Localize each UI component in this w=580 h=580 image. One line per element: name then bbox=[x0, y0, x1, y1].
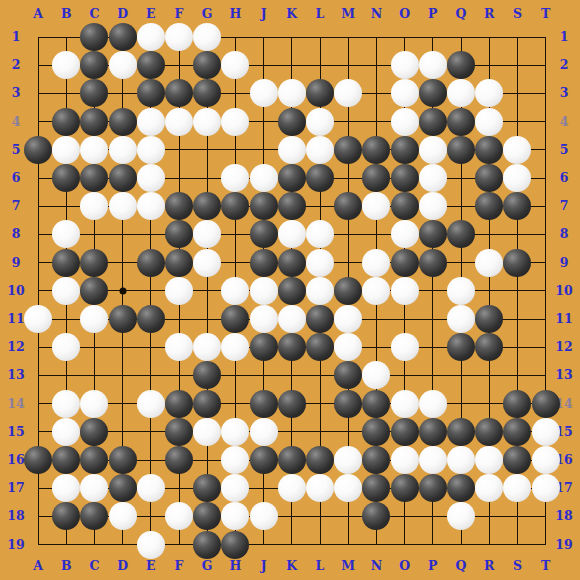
stone-white[interactable] bbox=[475, 446, 503, 474]
stone-black[interactable] bbox=[391, 192, 419, 220]
stone-white[interactable] bbox=[137, 192, 165, 220]
stone-black[interactable] bbox=[362, 474, 390, 502]
column-label-bottom: O bbox=[399, 560, 410, 573]
stone-black[interactable] bbox=[278, 333, 306, 361]
column-label-top: H bbox=[229, 8, 241, 21]
stone-black[interactable] bbox=[250, 220, 278, 248]
stone-black[interactable] bbox=[391, 136, 419, 164]
stone-black[interactable] bbox=[419, 249, 447, 277]
stone-white[interactable] bbox=[137, 474, 165, 502]
column-label-top: G bbox=[202, 8, 213, 21]
stone-black[interactable] bbox=[503, 192, 531, 220]
stone-white[interactable] bbox=[165, 333, 193, 361]
stone-black[interactable] bbox=[80, 446, 108, 474]
row-label-left: 8 bbox=[12, 228, 21, 241]
stone-white[interactable] bbox=[80, 474, 108, 502]
stone-black[interactable] bbox=[334, 361, 362, 389]
column-label-bottom: P bbox=[428, 560, 437, 573]
stone-black[interactable] bbox=[221, 531, 249, 559]
column-label-bottom: B bbox=[61, 560, 72, 573]
stone-black[interactable] bbox=[193, 361, 221, 389]
stone-black[interactable] bbox=[52, 108, 80, 136]
stone-white[interactable] bbox=[193, 333, 221, 361]
row-label-left: 5 bbox=[12, 144, 21, 157]
stone-white[interactable] bbox=[221, 51, 249, 79]
stone-white[interactable] bbox=[532, 418, 560, 446]
stone-black[interactable] bbox=[503, 418, 531, 446]
stone-black[interactable] bbox=[193, 502, 221, 530]
stone-white[interactable] bbox=[419, 51, 447, 79]
stone-black[interactable] bbox=[447, 108, 475, 136]
stone-white[interactable] bbox=[80, 390, 108, 418]
star-point bbox=[119, 287, 126, 294]
stone-white[interactable] bbox=[52, 220, 80, 248]
column-label-bottom: E bbox=[146, 560, 156, 573]
stone-black[interactable] bbox=[503, 446, 531, 474]
stone-white[interactable] bbox=[193, 418, 221, 446]
stone-black[interactable] bbox=[306, 333, 334, 361]
stone-white[interactable] bbox=[475, 79, 503, 107]
stone-black[interactable] bbox=[419, 108, 447, 136]
column-label-bottom: J bbox=[261, 560, 267, 573]
row-label-right: 13 bbox=[555, 369, 572, 382]
stone-white[interactable] bbox=[306, 249, 334, 277]
stone-black[interactable] bbox=[52, 249, 80, 277]
column-label-top: E bbox=[146, 8, 156, 21]
column-label-bottom: A bbox=[33, 560, 43, 573]
stone-white[interactable] bbox=[419, 164, 447, 192]
stone-white[interactable] bbox=[137, 136, 165, 164]
stone-black[interactable] bbox=[80, 23, 108, 51]
stone-white[interactable] bbox=[447, 305, 475, 333]
stone-black[interactable] bbox=[475, 192, 503, 220]
stone-white[interactable] bbox=[419, 192, 447, 220]
stone-black[interactable] bbox=[334, 192, 362, 220]
row-label-left: 1 bbox=[12, 31, 21, 44]
stone-black[interactable] bbox=[250, 333, 278, 361]
column-label-top: N bbox=[371, 8, 382, 21]
stone-white[interactable] bbox=[137, 108, 165, 136]
stone-white[interactable] bbox=[278, 305, 306, 333]
stone-white[interactable] bbox=[165, 277, 193, 305]
stone-black[interactable] bbox=[109, 474, 137, 502]
stone-white[interactable] bbox=[447, 502, 475, 530]
stone-black[interactable] bbox=[250, 249, 278, 277]
stone-white[interactable] bbox=[193, 249, 221, 277]
stone-white[interactable] bbox=[306, 220, 334, 248]
row-label-left: 18 bbox=[7, 510, 24, 523]
stone-white[interactable] bbox=[391, 277, 419, 305]
stone-black[interactable] bbox=[165, 418, 193, 446]
stone-white[interactable] bbox=[334, 305, 362, 333]
stone-white[interactable] bbox=[391, 446, 419, 474]
column-label-top: J bbox=[261, 8, 267, 21]
stone-white[interactable] bbox=[362, 249, 390, 277]
column-label-top: S bbox=[513, 8, 522, 21]
stone-white[interactable] bbox=[391, 79, 419, 107]
grid-line bbox=[38, 544, 546, 545]
stone-black[interactable] bbox=[165, 192, 193, 220]
stone-white[interactable] bbox=[250, 305, 278, 333]
stone-white[interactable] bbox=[52, 418, 80, 446]
stone-white[interactable] bbox=[391, 220, 419, 248]
go-board[interactable]: AABBCCDDEEFFGGHHJJKKLLMMNNOOPPQQRRSSTT11… bbox=[0, 0, 580, 580]
row-label-left: 6 bbox=[12, 172, 21, 185]
column-label-bottom: Q bbox=[456, 560, 467, 573]
stone-black[interactable] bbox=[109, 23, 137, 51]
stone-white[interactable] bbox=[52, 136, 80, 164]
stone-black[interactable] bbox=[52, 502, 80, 530]
column-label-bottom: D bbox=[117, 560, 128, 573]
row-label-right: 5 bbox=[560, 144, 569, 157]
column-label-top: M bbox=[341, 8, 355, 21]
column-label-top: P bbox=[428, 8, 437, 21]
stone-black[interactable] bbox=[334, 136, 362, 164]
stone-black[interactable] bbox=[80, 164, 108, 192]
stone-white[interactable] bbox=[306, 474, 334, 502]
stone-white[interactable] bbox=[475, 108, 503, 136]
column-label-top: C bbox=[89, 8, 99, 21]
stone-white[interactable] bbox=[475, 249, 503, 277]
row-label-right: 12 bbox=[555, 341, 572, 354]
stone-black[interactable] bbox=[362, 136, 390, 164]
stone-white[interactable] bbox=[419, 446, 447, 474]
stone-black[interactable] bbox=[165, 390, 193, 418]
stone-black[interactable] bbox=[362, 390, 390, 418]
column-label-bottom: G bbox=[202, 560, 213, 573]
stone-black[interactable] bbox=[475, 418, 503, 446]
stone-black[interactable] bbox=[278, 249, 306, 277]
stone-black[interactable] bbox=[52, 164, 80, 192]
stone-white[interactable] bbox=[193, 220, 221, 248]
stone-black[interactable] bbox=[447, 333, 475, 361]
stone-white[interactable] bbox=[278, 220, 306, 248]
stone-black[interactable] bbox=[278, 108, 306, 136]
stone-black[interactable] bbox=[391, 164, 419, 192]
column-label-bottom: C bbox=[89, 560, 99, 573]
column-label-bottom: S bbox=[513, 560, 522, 573]
stone-black[interactable] bbox=[193, 51, 221, 79]
stone-black[interactable] bbox=[334, 277, 362, 305]
row-label-left: 2 bbox=[12, 59, 21, 72]
stone-white[interactable] bbox=[221, 164, 249, 192]
row-label-left: 3 bbox=[12, 87, 21, 100]
stone-black[interactable] bbox=[306, 164, 334, 192]
stone-black[interactable] bbox=[52, 446, 80, 474]
stone-black[interactable] bbox=[80, 418, 108, 446]
column-label-top: D bbox=[117, 8, 128, 21]
stone-black[interactable] bbox=[193, 192, 221, 220]
stone-white[interactable] bbox=[52, 474, 80, 502]
stone-black[interactable] bbox=[165, 79, 193, 107]
stone-white[interactable] bbox=[165, 108, 193, 136]
stone-black[interactable] bbox=[193, 79, 221, 107]
stone-black[interactable] bbox=[447, 418, 475, 446]
stone-white[interactable] bbox=[250, 164, 278, 192]
stone-white[interactable] bbox=[137, 390, 165, 418]
stone-white[interactable] bbox=[221, 418, 249, 446]
stone-black[interactable] bbox=[80, 277, 108, 305]
stone-white[interactable] bbox=[419, 390, 447, 418]
stone-black[interactable] bbox=[250, 192, 278, 220]
row-label-right: 8 bbox=[560, 228, 569, 241]
stone-black[interactable] bbox=[362, 164, 390, 192]
column-label-top: F bbox=[175, 8, 184, 21]
stone-black[interactable] bbox=[165, 446, 193, 474]
stone-white[interactable] bbox=[221, 502, 249, 530]
stone-white[interactable] bbox=[137, 164, 165, 192]
column-label-bottom: K bbox=[286, 560, 297, 573]
stone-black[interactable] bbox=[362, 418, 390, 446]
row-label-right: 4 bbox=[560, 115, 569, 128]
stone-black[interactable] bbox=[109, 108, 137, 136]
stone-white[interactable] bbox=[80, 192, 108, 220]
stone-white[interactable] bbox=[306, 277, 334, 305]
stone-black[interactable] bbox=[137, 51, 165, 79]
stone-white[interactable] bbox=[193, 23, 221, 51]
row-label-left: 17 bbox=[7, 482, 24, 495]
stone-white[interactable] bbox=[250, 418, 278, 446]
stone-white[interactable] bbox=[362, 277, 390, 305]
stone-white[interactable] bbox=[391, 51, 419, 79]
column-label-bottom: M bbox=[341, 560, 355, 573]
stone-black[interactable] bbox=[447, 51, 475, 79]
stone-black[interactable] bbox=[80, 108, 108, 136]
stone-white[interactable] bbox=[250, 277, 278, 305]
stone-black[interactable] bbox=[109, 164, 137, 192]
stone-white[interactable] bbox=[306, 136, 334, 164]
stone-white[interactable] bbox=[334, 333, 362, 361]
stone-white[interactable] bbox=[109, 502, 137, 530]
column-label-top: L bbox=[316, 8, 325, 21]
row-label-right: 18 bbox=[555, 510, 572, 523]
row-label-left: 4 bbox=[12, 115, 21, 128]
stone-black[interactable] bbox=[80, 249, 108, 277]
row-label-right: 7 bbox=[560, 200, 569, 213]
stone-black[interactable] bbox=[137, 305, 165, 333]
stone-white[interactable] bbox=[334, 474, 362, 502]
stone-white[interactable] bbox=[109, 136, 137, 164]
stone-black[interactable] bbox=[306, 79, 334, 107]
stone-black[interactable] bbox=[306, 305, 334, 333]
stone-white[interactable] bbox=[193, 108, 221, 136]
column-label-top: O bbox=[399, 8, 410, 21]
stone-white[interactable] bbox=[165, 502, 193, 530]
stone-white[interactable] bbox=[362, 361, 390, 389]
row-label-left: 10 bbox=[7, 285, 24, 298]
stone-black[interactable] bbox=[419, 474, 447, 502]
stone-black[interactable] bbox=[193, 474, 221, 502]
stone-black[interactable] bbox=[250, 446, 278, 474]
row-label-left: 15 bbox=[7, 426, 24, 439]
row-label-right: 3 bbox=[560, 87, 569, 100]
row-label-left: 19 bbox=[7, 538, 24, 551]
stone-black[interactable] bbox=[475, 136, 503, 164]
stone-white[interactable] bbox=[52, 51, 80, 79]
stone-black[interactable] bbox=[475, 305, 503, 333]
row-label-right: 2 bbox=[560, 59, 569, 72]
stone-white[interactable] bbox=[447, 446, 475, 474]
stone-white[interactable] bbox=[447, 277, 475, 305]
stone-white[interactable] bbox=[391, 390, 419, 418]
stone-black[interactable] bbox=[362, 502, 390, 530]
stone-white[interactable] bbox=[165, 23, 193, 51]
stone-black[interactable] bbox=[137, 249, 165, 277]
row-label-right: 19 bbox=[555, 538, 572, 551]
row-label-left: 9 bbox=[12, 256, 21, 269]
stone-white[interactable] bbox=[503, 136, 531, 164]
stone-black[interactable] bbox=[503, 249, 531, 277]
stone-white[interactable] bbox=[334, 446, 362, 474]
stone-black[interactable] bbox=[80, 502, 108, 530]
stone-white[interactable] bbox=[447, 79, 475, 107]
column-label-top: R bbox=[484, 8, 494, 21]
stone-white[interactable] bbox=[137, 23, 165, 51]
stone-white[interactable] bbox=[221, 333, 249, 361]
row-label-left: 11 bbox=[7, 313, 24, 326]
stone-black[interactable] bbox=[447, 136, 475, 164]
stone-white[interactable] bbox=[109, 51, 137, 79]
row-label-left: 12 bbox=[7, 341, 24, 354]
stone-black[interactable] bbox=[193, 390, 221, 418]
stone-white[interactable] bbox=[24, 305, 52, 333]
stone-white[interactable] bbox=[278, 136, 306, 164]
stone-black[interactable] bbox=[278, 390, 306, 418]
stone-black[interactable] bbox=[109, 446, 137, 474]
stone-black[interactable] bbox=[475, 164, 503, 192]
row-label-left: 13 bbox=[7, 369, 24, 382]
stone-black[interactable] bbox=[532, 390, 560, 418]
row-label-left: 14 bbox=[7, 397, 24, 410]
stone-white[interactable] bbox=[334, 79, 362, 107]
stone-white[interactable] bbox=[278, 79, 306, 107]
column-label-bottom: F bbox=[175, 560, 184, 573]
stone-black[interactable] bbox=[109, 305, 137, 333]
stone-black[interactable] bbox=[503, 390, 531, 418]
stone-black[interactable] bbox=[419, 79, 447, 107]
column-label-top: K bbox=[286, 8, 297, 21]
stone-white[interactable] bbox=[532, 474, 560, 502]
stone-white[interactable] bbox=[391, 333, 419, 361]
stone-black[interactable] bbox=[250, 390, 278, 418]
stone-black[interactable] bbox=[137, 79, 165, 107]
stone-black[interactable] bbox=[419, 220, 447, 248]
stone-black[interactable] bbox=[278, 164, 306, 192]
stone-white[interactable] bbox=[503, 164, 531, 192]
grid-line bbox=[38, 375, 546, 376]
stone-white[interactable] bbox=[391, 108, 419, 136]
stone-black[interactable] bbox=[391, 474, 419, 502]
stone-black[interactable] bbox=[278, 277, 306, 305]
stone-black[interactable] bbox=[334, 390, 362, 418]
column-label-bottom: R bbox=[484, 560, 494, 573]
row-label-right: 11 bbox=[555, 313, 572, 326]
row-label-left: 7 bbox=[12, 200, 21, 213]
stone-black[interactable] bbox=[24, 136, 52, 164]
stone-black[interactable] bbox=[447, 220, 475, 248]
column-label-bottom: N bbox=[371, 560, 382, 573]
row-label-right: 1 bbox=[560, 31, 569, 44]
stone-white[interactable] bbox=[52, 390, 80, 418]
column-label-top: A bbox=[33, 8, 43, 21]
stone-black[interactable] bbox=[221, 305, 249, 333]
stone-black[interactable] bbox=[221, 192, 249, 220]
row-label-right: 6 bbox=[560, 172, 569, 185]
stone-black[interactable] bbox=[80, 79, 108, 107]
stone-black[interactable] bbox=[391, 249, 419, 277]
stone-black[interactable] bbox=[391, 418, 419, 446]
column-label-top: Q bbox=[456, 8, 467, 21]
stone-white[interactable] bbox=[221, 446, 249, 474]
stone-white[interactable] bbox=[503, 474, 531, 502]
stone-white[interactable] bbox=[250, 502, 278, 530]
stone-white[interactable] bbox=[221, 108, 249, 136]
row-label-right: 10 bbox=[555, 285, 572, 298]
column-label-bottom: L bbox=[316, 560, 325, 573]
stone-white[interactable] bbox=[221, 277, 249, 305]
stone-black[interactable] bbox=[165, 220, 193, 248]
stone-white[interactable] bbox=[362, 192, 390, 220]
stone-black[interactable] bbox=[447, 474, 475, 502]
row-label-right: 9 bbox=[560, 256, 569, 269]
stone-white[interactable] bbox=[221, 474, 249, 502]
stone-white[interactable] bbox=[532, 446, 560, 474]
stone-white[interactable] bbox=[306, 108, 334, 136]
column-label-bottom: T bbox=[541, 560, 550, 573]
stone-white[interactable] bbox=[52, 333, 80, 361]
stone-black[interactable] bbox=[362, 446, 390, 474]
stone-black[interactable] bbox=[475, 333, 503, 361]
stone-black[interactable] bbox=[278, 446, 306, 474]
stone-white[interactable] bbox=[278, 474, 306, 502]
column-label-bottom: H bbox=[229, 560, 241, 573]
row-label-left: 16 bbox=[7, 454, 24, 467]
stone-black[interactable] bbox=[80, 51, 108, 79]
stone-white[interactable] bbox=[419, 136, 447, 164]
stone-white[interactable] bbox=[80, 305, 108, 333]
stone-white[interactable] bbox=[475, 474, 503, 502]
stone-black[interactable] bbox=[193, 531, 221, 559]
stone-white[interactable] bbox=[137, 531, 165, 559]
stone-black[interactable] bbox=[419, 418, 447, 446]
stone-black[interactable] bbox=[306, 446, 334, 474]
stone-black[interactable] bbox=[278, 192, 306, 220]
stone-white[interactable] bbox=[80, 136, 108, 164]
stone-black[interactable] bbox=[165, 249, 193, 277]
stone-white[interactable] bbox=[109, 192, 137, 220]
column-label-top: T bbox=[541, 8, 550, 21]
column-label-top: B bbox=[61, 8, 72, 21]
stone-white[interactable] bbox=[250, 79, 278, 107]
stone-black[interactable] bbox=[24, 446, 52, 474]
stone-white[interactable] bbox=[52, 277, 80, 305]
